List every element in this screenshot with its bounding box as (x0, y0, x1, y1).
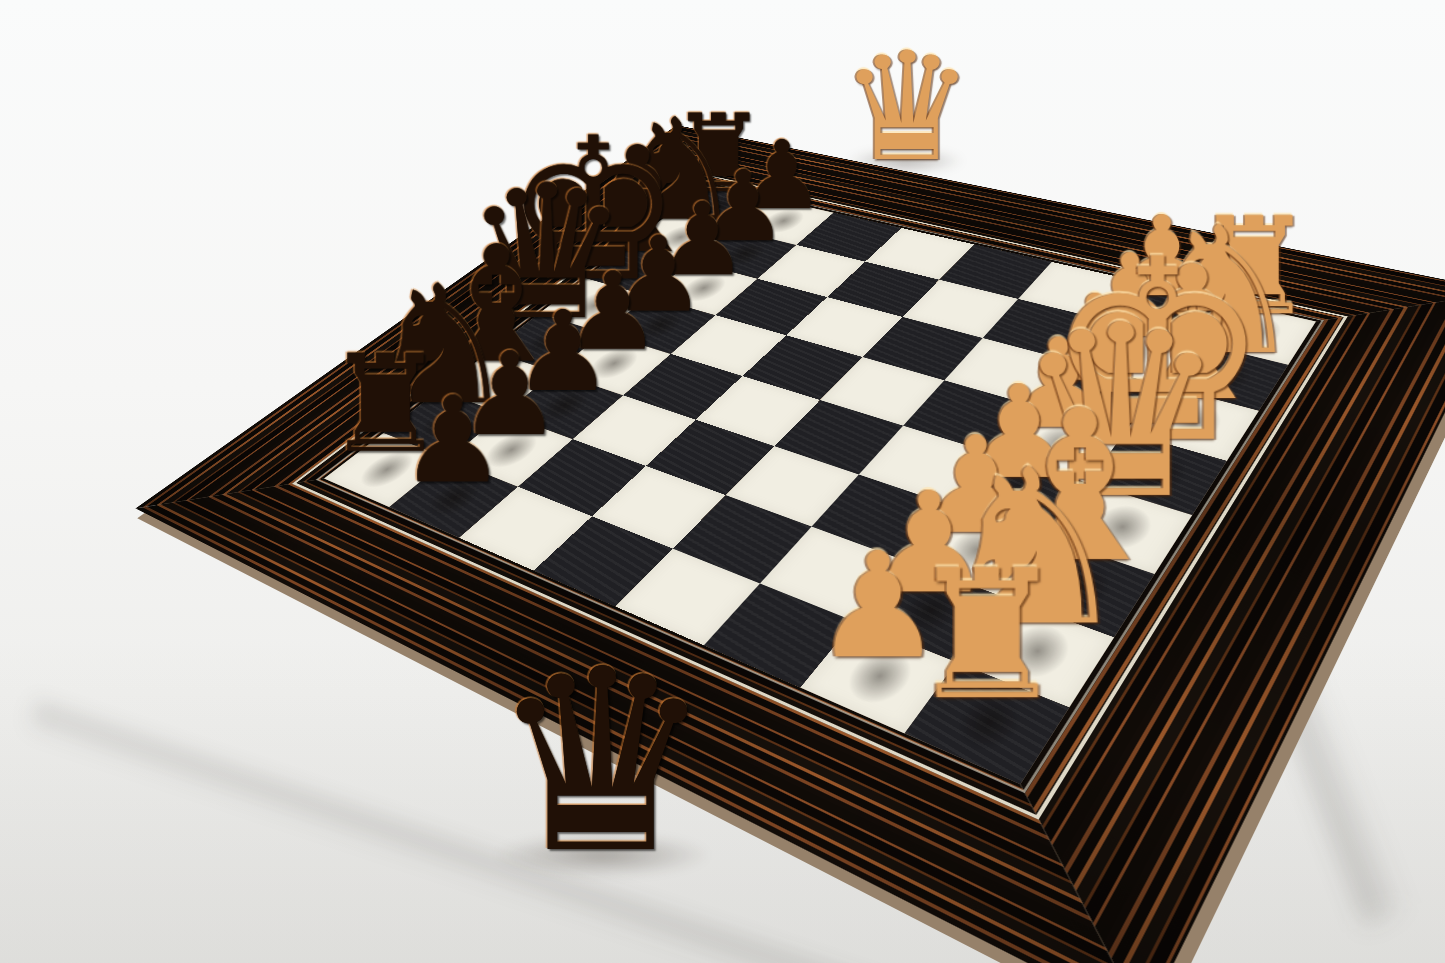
chessboard: ♜♞♝♛♚♝♞♜♟♟♟♟♟♟♟♟♟♟♟♟♟♟♟♟♜♞♝♛♚♝♞♜ (136, 125, 1445, 963)
offboard-black-queen[interactable]: ♛ (462, 642, 742, 881)
black-pawn-glyph: ♟ (400, 384, 507, 497)
black-queen-glyph: ♛ (489, 642, 715, 881)
white-rook-glyph: ♜ (907, 550, 1067, 720)
photo-backdrop: { "game": "chess", "scene": { "descripti… (0, 0, 1445, 963)
square-b4[interactable] (673, 495, 812, 583)
scene-perspective: ♜♞♝♛♚♝♞♜♟♟♟♟♟♟♟♟♟♟♟♟♟♟♟♟♜♞♝♛♚♝♞♜ (259, 0, 1380, 961)
scene-tilt: ♜♞♝♛♚♝♞♜♟♟♟♟♟♟♟♟♟♟♟♟♟♟♟♟♜♞♝♛♚♝♞♜ (259, 0, 1380, 961)
